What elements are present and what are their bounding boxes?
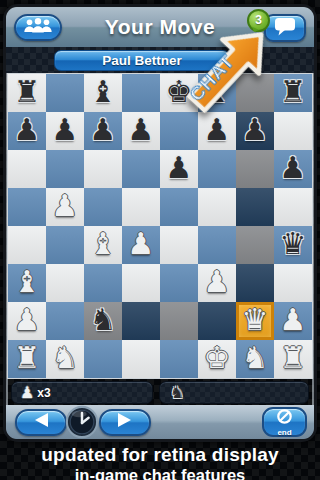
square-a5[interactable]: [8, 188, 46, 226]
square-d2[interactable]: [122, 302, 160, 340]
caption-line-2: in-game chat features: [0, 466, 320, 480]
square-g3[interactable]: [236, 264, 274, 302]
square-f3[interactable]: ♟: [198, 264, 236, 302]
square-h2[interactable]: ♟: [274, 302, 312, 340]
square-e4[interactable]: [160, 226, 198, 264]
control-bar: end: [6, 405, 314, 439]
clock-icon: [65, 425, 99, 442]
square-d7[interactable]: ♟: [122, 112, 160, 150]
chat-bubble-icon: [273, 16, 297, 40]
back-arrow-icon: [32, 412, 50, 433]
square-c5[interactable]: [84, 188, 122, 226]
square-e6[interactable]: ♟: [160, 150, 198, 188]
black-pawn: ♟: [280, 153, 307, 183]
board-frame: ♜♝♚♝♜♟♟♟♟♟♟♟♟♟♝♟♛♝♟♟♞♛♟♜♞♚♞♜: [7, 73, 313, 379]
square-b7[interactable]: ♟: [46, 112, 84, 150]
square-f6[interactable]: [198, 150, 236, 188]
end-game-button[interactable]: end: [262, 407, 307, 437]
white-bishop: ♝: [90, 229, 117, 259]
black-bishop: ♝: [90, 77, 117, 107]
white-knight: ♞: [52, 343, 79, 373]
white-rook: ♜: [280, 343, 307, 373]
square-h5[interactable]: [274, 188, 312, 226]
white-pawn: ♟: [52, 191, 79, 221]
white-bishop: ♝: [14, 267, 41, 297]
square-a1[interactable]: ♜: [8, 340, 46, 378]
square-a8[interactable]: ♜: [8, 74, 46, 112]
square-d4[interactable]: ♟: [122, 226, 160, 264]
square-h7[interactable]: [274, 112, 312, 150]
square-a4[interactable]: [8, 226, 46, 264]
next-move-button[interactable]: [99, 409, 151, 436]
square-g6[interactable]: [236, 150, 274, 188]
square-a6[interactable]: [8, 150, 46, 188]
white-king: ♚: [204, 343, 231, 373]
captured-count: x3: [37, 386, 50, 400]
square-f5[interactable]: [198, 188, 236, 226]
square-e7[interactable]: [160, 112, 198, 150]
black-pawn: ♟: [242, 115, 269, 145]
square-b1[interactable]: ♞: [46, 340, 84, 378]
square-b3[interactable]: [46, 264, 84, 302]
captured-black-knight-icon: ♞: [170, 385, 184, 401]
chess-board: ♜♝♚♝♜♟♟♟♟♟♟♟♟♟♝♟♛♝♟♟♞♛♟♜♞♚♞♜: [8, 74, 312, 378]
captured-white-pawn-icon: ♟: [20, 385, 34, 401]
end-button-label: end: [277, 429, 291, 437]
white-pawn: ♟: [280, 305, 307, 335]
square-c2[interactable]: ♞: [84, 302, 122, 340]
square-h1[interactable]: ♜: [274, 340, 312, 378]
square-d5[interactable]: [122, 188, 160, 226]
captured-tray-left: ♟ x3: [11, 381, 153, 404]
square-b5[interactable]: ♟: [46, 188, 84, 226]
square-h4[interactable]: ♛: [274, 226, 312, 264]
square-h8[interactable]: ♜: [274, 74, 312, 112]
square-g7[interactable]: ♟: [236, 112, 274, 150]
square-d6[interactable]: [122, 150, 160, 188]
black-rook: ♜: [280, 77, 307, 107]
square-a3[interactable]: ♝: [8, 264, 46, 302]
square-e3[interactable]: [160, 264, 198, 302]
square-c8[interactable]: ♝: [84, 74, 122, 112]
square-b4[interactable]: [46, 226, 84, 264]
black-queen: ♛: [280, 229, 307, 259]
forward-arrow-icon: [116, 412, 134, 433]
square-c3[interactable]: [84, 264, 122, 302]
black-knight: ♞: [90, 305, 117, 335]
app-frame: Your Move 3 Paul Bettner ♜♝♚♝♜♟♟♟♟♟♟♟♟♟♝…: [3, 4, 317, 442]
black-rook: ♜: [14, 77, 41, 107]
square-b8[interactable]: [46, 74, 84, 112]
chat-button[interactable]: [264, 14, 306, 42]
square-a7[interactable]: ♟: [8, 112, 46, 150]
square-c6[interactable]: [84, 150, 122, 188]
move-timer-button[interactable]: [65, 405, 99, 439]
square-d1[interactable]: [122, 340, 160, 378]
black-pawn: ♟: [90, 115, 117, 145]
square-c4[interactable]: ♝: [84, 226, 122, 264]
white-rook: ♜: [14, 343, 41, 373]
square-e5[interactable]: [160, 188, 198, 226]
square-b6[interactable]: [46, 150, 84, 188]
square-g2[interactable]: ♛: [236, 302, 274, 340]
square-h6[interactable]: ♟: [274, 150, 312, 188]
square-g1[interactable]: ♞: [236, 340, 274, 378]
square-g5[interactable]: [236, 188, 274, 226]
white-knight: ♞: [242, 343, 269, 373]
square-f1[interactable]: ♚: [198, 340, 236, 378]
square-d3[interactable]: [122, 264, 160, 302]
square-e1[interactable]: [160, 340, 198, 378]
square-f2[interactable]: [198, 302, 236, 340]
white-pawn: ♟: [128, 229, 155, 259]
no-entry-icon: [276, 408, 293, 429]
black-pawn: ♟: [52, 115, 79, 145]
black-pawn: ♟: [166, 153, 193, 183]
chat-badge: 3: [247, 9, 270, 32]
black-pawn: ♟: [14, 115, 41, 145]
square-c7[interactable]: ♟: [84, 112, 122, 150]
caption: updated for retina display in-game chat …: [0, 444, 320, 480]
white-queen: ♛: [242, 305, 269, 335]
square-h3[interactable]: [274, 264, 312, 302]
square-b2[interactable]: [46, 302, 84, 340]
white-pawn: ♟: [204, 267, 231, 297]
black-pawn: ♟: [128, 115, 155, 145]
previous-move-button[interactable]: [15, 409, 67, 436]
square-g4[interactable]: [236, 226, 274, 264]
square-d8[interactable]: [122, 74, 160, 112]
square-f4[interactable]: [198, 226, 236, 264]
caption-line-1: updated for retina display: [0, 444, 320, 466]
captured-tray-right: ♞: [159, 381, 309, 404]
square-c1[interactable]: [84, 340, 122, 378]
white-pawn: ♟: [14, 305, 41, 335]
square-e2[interactable]: [160, 302, 198, 340]
square-a2[interactable]: ♟: [8, 302, 46, 340]
